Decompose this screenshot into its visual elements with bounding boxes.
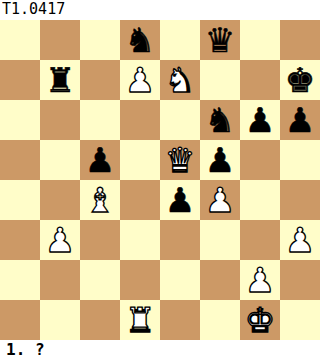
black-pawn[interactable]: ♟ [245,100,275,140]
square-f8[interactable]: ♛ [200,20,240,60]
move-prompt: 1. ? [0,340,320,360]
square-c4[interactable]: ♝ [80,180,120,220]
square-f4[interactable]: ♟ [200,180,240,220]
square-d1[interactable]: ♜ [120,300,160,340]
square-g8[interactable] [240,20,280,60]
white-pawn[interactable]: ♟ [285,220,315,260]
black-knight[interactable]: ♞ [205,100,235,140]
square-c6[interactable] [80,100,120,140]
square-g7[interactable] [240,60,280,100]
square-b8[interactable] [40,20,80,60]
square-e4[interactable]: ♟ [160,180,200,220]
white-king[interactable]: ♚ [245,300,275,340]
white-knight[interactable]: ♞ [165,60,195,100]
square-g1[interactable]: ♚ [240,300,280,340]
white-pawn[interactable]: ♟ [45,220,75,260]
square-b5[interactable] [40,140,80,180]
black-queen[interactable]: ♛ [205,20,235,60]
square-c5[interactable]: ♟ [80,140,120,180]
square-c7[interactable] [80,60,120,100]
square-f1[interactable] [200,300,240,340]
black-pawn[interactable]: ♟ [205,140,235,180]
white-queen[interactable]: ♛ [165,140,195,180]
square-h7[interactable]: ♚ [280,60,320,100]
white-bishop[interactable]: ♝ [85,180,115,220]
black-rook[interactable]: ♜ [45,60,75,100]
square-e2[interactable] [160,260,200,300]
square-b7[interactable]: ♜ [40,60,80,100]
square-e7[interactable]: ♞ [160,60,200,100]
square-g5[interactable] [240,140,280,180]
square-d7[interactable]: ♟ [120,60,160,100]
square-h4[interactable] [280,180,320,220]
square-h2[interactable] [280,260,320,300]
chess-board: ♞♛♜♟♞♚♞♟♟♟♛♟♝♟♟♟♟♟♜♚ [0,20,320,340]
square-d2[interactable] [120,260,160,300]
square-d5[interactable] [120,140,160,180]
square-f2[interactable] [200,260,240,300]
square-e5[interactable]: ♛ [160,140,200,180]
square-b4[interactable] [40,180,80,220]
black-king[interactable]: ♚ [285,60,315,100]
square-c1[interactable] [80,300,120,340]
square-h6[interactable]: ♟ [280,100,320,140]
black-pawn[interactable]: ♟ [165,180,195,220]
white-pawn[interactable]: ♟ [205,180,235,220]
square-e6[interactable] [160,100,200,140]
square-e8[interactable] [160,20,200,60]
square-g4[interactable] [240,180,280,220]
square-d6[interactable] [120,100,160,140]
square-b3[interactable]: ♟ [40,220,80,260]
square-g3[interactable] [240,220,280,260]
square-f5[interactable]: ♟ [200,140,240,180]
square-e1[interactable] [160,300,200,340]
square-a3[interactable] [0,220,40,260]
square-a7[interactable] [0,60,40,100]
square-c2[interactable] [80,260,120,300]
square-b2[interactable] [40,260,80,300]
square-h8[interactable] [280,20,320,60]
square-h3[interactable]: ♟ [280,220,320,260]
square-f6[interactable]: ♞ [200,100,240,140]
square-b1[interactable] [40,300,80,340]
square-a5[interactable] [0,140,40,180]
square-d4[interactable] [120,180,160,220]
square-b6[interactable] [40,100,80,140]
square-a6[interactable] [0,100,40,140]
white-pawn[interactable]: ♟ [245,260,275,300]
square-g6[interactable]: ♟ [240,100,280,140]
square-f7[interactable] [200,60,240,100]
square-a4[interactable] [0,180,40,220]
square-e3[interactable] [160,220,200,260]
square-c8[interactable] [80,20,120,60]
square-a2[interactable] [0,260,40,300]
square-d8[interactable]: ♞ [120,20,160,60]
square-g2[interactable]: ♟ [240,260,280,300]
black-pawn[interactable]: ♟ [85,140,115,180]
square-h5[interactable] [280,140,320,180]
square-c3[interactable] [80,220,120,260]
black-pawn[interactable]: ♟ [285,100,315,140]
white-pawn[interactable]: ♟ [125,60,155,100]
square-h1[interactable] [280,300,320,340]
square-a8[interactable] [0,20,40,60]
square-a1[interactable] [0,300,40,340]
square-f3[interactable] [200,220,240,260]
white-rook[interactable]: ♜ [125,300,155,340]
black-knight[interactable]: ♞ [125,20,155,60]
square-d3[interactable] [120,220,160,260]
diagram-title: T1.0417 [0,0,320,20]
